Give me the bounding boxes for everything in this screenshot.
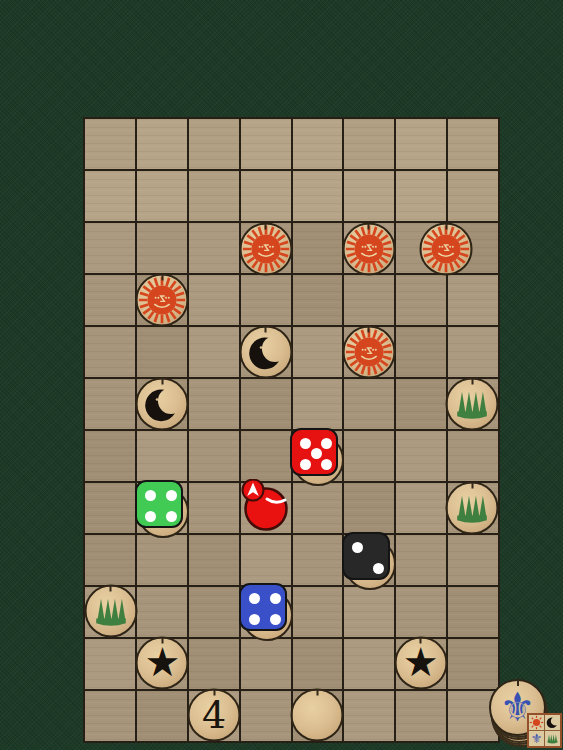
- board-cell-r7c2[interactable]: [137, 431, 187, 481]
- die-pip: [311, 448, 322, 459]
- ball-and-arrow-icon: [239, 479, 293, 533]
- die-pip: [373, 563, 384, 574]
- board-cell-r7c6[interactable]: [344, 431, 394, 481]
- board-cell-r2c4[interactable]: [241, 171, 291, 221]
- board-cell-r10c7[interactable]: [396, 587, 446, 637]
- board-cell-r9c4[interactable]: [241, 535, 291, 585]
- piece-die-blue[interactable]: [237, 581, 295, 641]
- board-cell-r2c7[interactable]: [396, 171, 446, 221]
- board-cell-r7c4[interactable]: [241, 431, 291, 481]
- piece-die-green[interactable]: [133, 478, 191, 538]
- board-cell-r6c3[interactable]: [189, 379, 239, 429]
- board-cell-r1c6[interactable]: [344, 119, 394, 169]
- board-cell-r8c3[interactable]: [189, 483, 239, 533]
- trees-icon: [449, 484, 496, 531]
- board-cell-r8c7[interactable]: [396, 483, 446, 533]
- board-cell-r7c8[interactable]: [448, 431, 498, 481]
- board-cell-r12c1[interactable]: [85, 691, 135, 741]
- die-pip: [321, 438, 332, 449]
- piece-sun-disc[interactable]: [342, 222, 395, 275]
- board-cell-r7c1[interactable]: [85, 431, 135, 481]
- board-cell-r5c5[interactable]: [293, 327, 343, 377]
- board-cell-r4c1[interactable]: [85, 275, 135, 325]
- sun-icon: [241, 224, 290, 273]
- piece-number-disc[interactable]: 4: [188, 689, 241, 742]
- die-pip: [145, 490, 156, 501]
- sun-icon: [138, 276, 187, 325]
- board-cell-r10c2[interactable]: [137, 587, 187, 637]
- board-cell-r5c3[interactable]: [189, 327, 239, 377]
- board-cell-r1c3[interactable]: [189, 119, 239, 169]
- die-face-5: [290, 428, 338, 476]
- board-cell-r10c8[interactable]: [448, 587, 498, 637]
- board-cell-r9c5[interactable]: [293, 535, 343, 585]
- board-cell-r2c3[interactable]: [189, 171, 239, 221]
- die-pip: [300, 438, 311, 449]
- board-cell-r3c3[interactable]: [189, 223, 239, 273]
- board-cell-r1c7[interactable]: [396, 119, 446, 169]
- legend-trees-icon: [545, 731, 560, 746]
- board-cell-r8c1[interactable]: [85, 483, 135, 533]
- board-cell-r5c8[interactable]: [448, 327, 498, 377]
- legend-fleur-de-lis-icon: ⚜: [531, 732, 543, 745]
- die-pip: [270, 614, 281, 625]
- piece-star-disc[interactable]: ★: [136, 637, 189, 690]
- board-cell-r12c2[interactable]: [137, 691, 187, 741]
- board-cell-r5c1[interactable]: [85, 327, 135, 377]
- board-cell-r4c7[interactable]: [396, 275, 446, 325]
- game-table: ★★4 ⚜ ⚜: [0, 0, 563, 750]
- die-face-2: [342, 532, 390, 580]
- moon-icon: [138, 380, 187, 429]
- board-cell-r4c8[interactable]: [448, 275, 498, 325]
- piece-die-red[interactable]: [288, 426, 346, 486]
- piece-trees-disc[interactable]: [84, 585, 137, 638]
- board-cell-r2c5[interactable]: [293, 171, 343, 221]
- trees-icon: [449, 381, 496, 428]
- board-cell-r12c4[interactable]: [241, 691, 291, 741]
- legend-sun-icon: [529, 715, 544, 730]
- board-cell-r9c1[interactable]: [85, 535, 135, 585]
- piece-blank-disc[interactable]: [291, 689, 344, 742]
- board-cell-r10c6[interactable]: [344, 587, 394, 637]
- board-cell-r2c1[interactable]: [85, 171, 135, 221]
- board-cell-r11c3[interactable]: [189, 639, 239, 689]
- board-cell-r11c1[interactable]: [85, 639, 135, 689]
- piece-moon-disc[interactable]: [136, 378, 189, 431]
- board-cell-r4c4[interactable]: [241, 275, 291, 325]
- board-cell-r3c2[interactable]: [137, 223, 187, 273]
- sun-icon: [422, 224, 471, 273]
- board-cell-r4c6[interactable]: [344, 275, 394, 325]
- star-icon: ★: [403, 641, 439, 681]
- board-cell-r1c4[interactable]: [241, 119, 291, 169]
- piece-sun-disc[interactable]: [136, 274, 189, 327]
- board-cell-r11c4[interactable]: [241, 639, 291, 689]
- legend-quadrant-sun: [529, 715, 544, 730]
- star-icon: ★: [145, 641, 181, 681]
- board-cell-r8c5[interactable]: [293, 483, 343, 533]
- board-cell-r6c4[interactable]: [241, 379, 291, 429]
- board-cell-r6c6[interactable]: [344, 379, 394, 429]
- moon-icon: [241, 328, 290, 377]
- board-cell-r1c8[interactable]: [448, 119, 498, 169]
- sun-icon: [344, 224, 393, 273]
- legend-quadrant-fleur-de-lis: ⚜: [529, 731, 544, 746]
- die-pip: [166, 490, 177, 501]
- die-face-4: [135, 480, 183, 528]
- piece-moon-disc[interactable]: [239, 326, 292, 379]
- piece-star-disc[interactable]: ★: [394, 637, 447, 690]
- trees-icon: [87, 588, 134, 635]
- die-pip: [321, 459, 332, 470]
- piece-sun-disc[interactable]: [342, 326, 395, 379]
- board-cell-r7c7[interactable]: [396, 431, 446, 481]
- piece-die-black[interactable]: [340, 530, 398, 590]
- sun-icon: [344, 328, 393, 377]
- board-cell-r5c2[interactable]: [137, 327, 187, 377]
- die-pip: [249, 614, 260, 625]
- piece-sun-disc[interactable]: [239, 222, 292, 275]
- die-pip: [166, 511, 177, 522]
- board-cell-r9c2[interactable]: [137, 535, 187, 585]
- board-cell-r2c8[interactable]: [448, 171, 498, 221]
- piece-trees-disc[interactable]: [446, 378, 499, 431]
- die-pip: [352, 542, 363, 553]
- board-cell-r1c2[interactable]: [137, 119, 187, 169]
- board-cell-r11c6[interactable]: [344, 639, 394, 689]
- board-cell-r8c6[interactable]: [344, 483, 394, 533]
- board-cell-r9c8[interactable]: [448, 535, 498, 585]
- board-cell-r12c6[interactable]: [344, 691, 394, 741]
- board-cell-r9c3[interactable]: [189, 535, 239, 585]
- board-cell-r1c5[interactable]: [293, 119, 343, 169]
- board-cell-r10c5[interactable]: [293, 587, 343, 637]
- die-pip: [145, 511, 156, 522]
- board-cell-r6c5[interactable]: [293, 379, 343, 429]
- piece-ball-marker[interactable]: [239, 479, 293, 537]
- board-cell-r6c1[interactable]: [85, 379, 135, 429]
- board-cell-r5c7[interactable]: [396, 327, 446, 377]
- board-cell-r4c3[interactable]: [189, 275, 239, 325]
- board-cell-r12c7[interactable]: [396, 691, 446, 741]
- board-cell-r3c1[interactable]: [85, 223, 135, 273]
- piece-trees-disc[interactable]: [446, 481, 499, 534]
- piece-sun-disc[interactable]: [420, 222, 473, 275]
- legend-quadrant-trees: [545, 731, 560, 746]
- die-pip: [300, 459, 311, 470]
- die-pip: [249, 593, 260, 604]
- board-cell-r2c6[interactable]: [344, 171, 394, 221]
- board-cell-r10c3[interactable]: [189, 587, 239, 637]
- legend-card[interactable]: ⚜: [527, 713, 562, 748]
- board-cell-r1c1[interactable]: [85, 119, 135, 169]
- die-face-4: [239, 583, 287, 631]
- die-pip: [270, 593, 281, 604]
- board-cell-r7c3[interactable]: [189, 431, 239, 481]
- legend-moon-icon: [545, 715, 560, 730]
- legend-quadrant-moon: [545, 715, 560, 730]
- board-cell-r2c2[interactable]: [137, 171, 187, 221]
- board-cell-r9c7[interactable]: [396, 535, 446, 585]
- board-cell-r6c7[interactable]: [396, 379, 446, 429]
- board-cell-r3c5[interactable]: [293, 223, 343, 273]
- board-cell-r11c5[interactable]: [293, 639, 343, 689]
- board-cell-r4c5[interactable]: [293, 275, 343, 325]
- numeral-label: 4: [202, 695, 226, 733]
